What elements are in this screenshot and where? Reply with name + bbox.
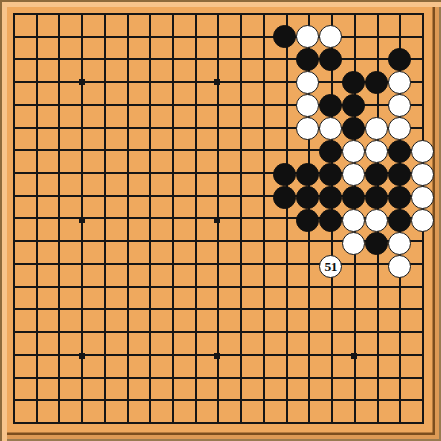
intersection	[70, 186, 93, 209]
intersection	[365, 3, 388, 25]
intersection	[342, 94, 365, 117]
intersection	[296, 209, 319, 232]
intersection	[25, 209, 48, 232]
black-stone	[365, 232, 388, 255]
intersection	[48, 232, 71, 255]
black-stone	[365, 186, 388, 209]
intersection	[388, 412, 411, 434]
intersection	[388, 232, 411, 255]
intersection	[93, 255, 116, 278]
intersection	[296, 232, 319, 255]
intersection	[411, 186, 434, 209]
intersection	[206, 209, 229, 232]
intersection	[365, 367, 388, 389]
intersection	[342, 412, 365, 434]
intersection	[319, 25, 342, 48]
intersection	[115, 25, 138, 48]
intersection	[48, 367, 71, 389]
white-stone	[388, 94, 411, 117]
intersection	[251, 278, 274, 300]
intersection	[365, 186, 388, 209]
intersection	[388, 94, 411, 117]
black-stone	[319, 48, 342, 71]
intersection	[3, 345, 26, 367]
intersection	[411, 390, 434, 412]
intersection	[228, 117, 251, 140]
intersection	[273, 140, 296, 163]
intersection	[115, 94, 138, 117]
intersection	[342, 255, 365, 278]
white-stone	[411, 209, 434, 232]
intersection	[3, 232, 26, 255]
intersection	[138, 71, 161, 94]
intersection	[319, 140, 342, 163]
black-stone	[273, 25, 296, 48]
intersection	[411, 345, 434, 367]
white-stone	[342, 209, 365, 232]
intersection	[228, 48, 251, 71]
intersection	[342, 140, 365, 163]
intersection	[342, 300, 365, 322]
intersection	[388, 3, 411, 25]
intersection	[48, 25, 71, 48]
intersection	[25, 300, 48, 322]
intersection	[411, 278, 434, 300]
intersection	[296, 300, 319, 322]
intersection	[206, 25, 229, 48]
intersection	[365, 48, 388, 71]
black-stone	[388, 140, 411, 163]
white-stone	[388, 117, 411, 140]
intersection	[3, 412, 26, 434]
intersection	[342, 232, 365, 255]
intersection	[48, 390, 71, 412]
intersection	[138, 323, 161, 345]
intersection	[388, 255, 411, 278]
intersection	[251, 48, 274, 71]
intersection	[138, 3, 161, 25]
intersection	[273, 390, 296, 412]
intersection	[411, 412, 434, 434]
intersection	[3, 278, 26, 300]
intersection	[228, 25, 251, 48]
intersection	[93, 390, 116, 412]
intersection	[273, 300, 296, 322]
intersection	[115, 345, 138, 367]
intersection	[48, 278, 71, 300]
intersection	[365, 209, 388, 232]
intersection	[411, 323, 434, 345]
intersection	[25, 48, 48, 71]
intersection	[183, 345, 206, 367]
intersection	[251, 232, 274, 255]
intersection	[388, 117, 411, 140]
intersection	[48, 345, 71, 367]
intersection	[296, 163, 319, 186]
intersection	[93, 232, 116, 255]
intersection	[319, 390, 342, 412]
white-stone	[342, 163, 365, 186]
intersection	[228, 3, 251, 25]
intersection	[3, 367, 26, 389]
intersection	[319, 186, 342, 209]
intersection	[161, 278, 184, 300]
intersection	[48, 71, 71, 94]
intersection	[25, 186, 48, 209]
intersection	[183, 255, 206, 278]
intersection	[161, 25, 184, 48]
intersection	[342, 186, 365, 209]
intersection	[388, 390, 411, 412]
intersection	[296, 117, 319, 140]
intersection	[206, 71, 229, 94]
intersection	[138, 209, 161, 232]
intersection	[70, 278, 93, 300]
intersection	[70, 163, 93, 186]
black-stone	[342, 94, 365, 117]
intersection	[411, 48, 434, 71]
intersection	[273, 367, 296, 389]
intersection	[388, 209, 411, 232]
intersection	[3, 140, 26, 163]
intersection	[206, 345, 229, 367]
black-stone	[342, 186, 365, 209]
intersection	[365, 323, 388, 345]
intersection	[388, 140, 411, 163]
intersection	[228, 232, 251, 255]
intersection	[365, 140, 388, 163]
intersection	[251, 140, 274, 163]
intersection	[411, 255, 434, 278]
black-stone	[296, 48, 319, 71]
intersection	[228, 323, 251, 345]
intersection	[70, 255, 93, 278]
white-stone	[365, 209, 388, 232]
intersection	[93, 186, 116, 209]
intersection	[342, 117, 365, 140]
intersection	[48, 300, 71, 322]
intersection	[342, 3, 365, 25]
intersection	[3, 94, 26, 117]
intersection	[273, 25, 296, 48]
intersection	[319, 232, 342, 255]
intersection	[411, 117, 434, 140]
intersection	[115, 48, 138, 71]
intersection	[115, 3, 138, 25]
intersection	[365, 278, 388, 300]
intersection	[48, 412, 71, 434]
intersection	[70, 390, 93, 412]
intersection	[93, 278, 116, 300]
intersection	[161, 3, 184, 25]
intersection	[138, 140, 161, 163]
white-stone: 51	[319, 255, 342, 278]
intersection	[70, 412, 93, 434]
black-stone	[296, 186, 319, 209]
intersection	[273, 94, 296, 117]
intersection	[138, 345, 161, 367]
intersection	[70, 367, 93, 389]
intersection	[70, 140, 93, 163]
intersection	[48, 255, 71, 278]
intersection	[296, 94, 319, 117]
intersection	[70, 323, 93, 345]
white-stone	[342, 232, 365, 255]
intersection	[161, 345, 184, 367]
star-point	[79, 353, 85, 359]
intersection	[251, 367, 274, 389]
intersection	[115, 323, 138, 345]
intersection	[161, 367, 184, 389]
intersection	[3, 255, 26, 278]
white-stone	[411, 163, 434, 186]
intersection	[3, 25, 26, 48]
intersection	[365, 25, 388, 48]
intersection	[161, 209, 184, 232]
intersection	[206, 323, 229, 345]
white-stone	[365, 140, 388, 163]
intersection	[411, 367, 434, 389]
intersection	[319, 71, 342, 94]
intersection	[342, 367, 365, 389]
intersection	[206, 163, 229, 186]
intersection	[319, 300, 342, 322]
intersection	[25, 71, 48, 94]
intersection	[206, 3, 229, 25]
intersection	[388, 71, 411, 94]
intersection	[48, 209, 71, 232]
intersection	[206, 390, 229, 412]
star-point	[214, 217, 220, 223]
white-stone	[319, 117, 342, 140]
intersection	[342, 345, 365, 367]
intersection	[70, 3, 93, 25]
intersection	[161, 323, 184, 345]
intersection	[183, 48, 206, 71]
intersection	[319, 412, 342, 434]
white-stone	[388, 255, 411, 278]
intersection	[206, 300, 229, 322]
intersection	[25, 25, 48, 48]
intersection	[296, 71, 319, 94]
intersection	[228, 345, 251, 367]
intersection	[228, 390, 251, 412]
intersection: 51	[319, 255, 342, 278]
black-stone	[273, 163, 296, 186]
intersection	[411, 71, 434, 94]
white-stone	[388, 232, 411, 255]
intersection	[319, 345, 342, 367]
black-stone	[342, 71, 365, 94]
intersection	[48, 140, 71, 163]
intersection	[25, 345, 48, 367]
black-stone	[319, 163, 342, 186]
intersection	[251, 71, 274, 94]
intersection	[161, 140, 184, 163]
white-stone	[296, 71, 319, 94]
intersection	[388, 48, 411, 71]
intersection	[93, 367, 116, 389]
intersection	[3, 186, 26, 209]
intersection	[183, 25, 206, 48]
intersection	[206, 412, 229, 434]
intersection	[319, 3, 342, 25]
intersection	[411, 300, 434, 322]
white-stone	[296, 25, 319, 48]
intersection	[228, 71, 251, 94]
intersection	[273, 278, 296, 300]
intersection	[3, 300, 26, 322]
intersection	[183, 209, 206, 232]
intersection	[388, 25, 411, 48]
intersection	[183, 3, 206, 25]
intersection	[273, 163, 296, 186]
intersection	[93, 117, 116, 140]
black-stone	[296, 163, 319, 186]
intersection	[273, 232, 296, 255]
white-stone	[411, 140, 434, 163]
intersection	[251, 412, 274, 434]
intersection	[183, 71, 206, 94]
intersection	[411, 232, 434, 255]
intersection	[161, 412, 184, 434]
intersection	[161, 232, 184, 255]
intersection	[25, 323, 48, 345]
intersection	[93, 71, 116, 94]
intersection	[365, 390, 388, 412]
intersection	[365, 71, 388, 94]
intersection	[365, 255, 388, 278]
intersection	[138, 117, 161, 140]
intersection	[411, 3, 434, 25]
intersection	[296, 186, 319, 209]
intersection	[296, 412, 319, 434]
intersection	[388, 186, 411, 209]
intersection	[25, 255, 48, 278]
intersection	[206, 255, 229, 278]
intersection	[273, 186, 296, 209]
intersection	[115, 209, 138, 232]
intersection	[296, 255, 319, 278]
intersection	[138, 367, 161, 389]
intersection	[115, 390, 138, 412]
intersection	[138, 412, 161, 434]
intersection	[115, 163, 138, 186]
intersection	[138, 25, 161, 48]
intersection	[161, 48, 184, 71]
intersection	[296, 25, 319, 48]
intersection	[365, 117, 388, 140]
intersection	[319, 163, 342, 186]
intersection	[115, 232, 138, 255]
intersection	[138, 48, 161, 71]
intersection	[228, 163, 251, 186]
intersection	[3, 48, 26, 71]
intersection	[228, 209, 251, 232]
intersection	[365, 163, 388, 186]
intersection	[138, 163, 161, 186]
black-stone	[388, 48, 411, 71]
intersection	[365, 412, 388, 434]
intersection	[206, 140, 229, 163]
intersection	[296, 278, 319, 300]
star-point	[214, 79, 220, 85]
intersection	[228, 278, 251, 300]
intersection	[228, 367, 251, 389]
intersection	[70, 117, 93, 140]
intersection	[342, 71, 365, 94]
intersection	[161, 390, 184, 412]
intersection	[183, 186, 206, 209]
intersection	[319, 278, 342, 300]
intersection	[93, 345, 116, 367]
intersection	[70, 300, 93, 322]
intersection	[138, 300, 161, 322]
intersection	[251, 323, 274, 345]
black-stone	[319, 94, 342, 117]
intersection	[138, 390, 161, 412]
black-stone	[365, 163, 388, 186]
intersection	[296, 367, 319, 389]
intersection	[228, 300, 251, 322]
intersection	[138, 278, 161, 300]
intersection	[3, 390, 26, 412]
intersection	[183, 367, 206, 389]
intersection	[25, 3, 48, 25]
intersection	[183, 323, 206, 345]
intersection	[161, 163, 184, 186]
black-stone	[342, 117, 365, 140]
white-stone	[388, 71, 411, 94]
intersection	[161, 71, 184, 94]
move-number-label: 51	[325, 259, 338, 273]
intersection	[319, 48, 342, 71]
intersection	[228, 255, 251, 278]
black-stone	[296, 209, 319, 232]
intersection	[183, 278, 206, 300]
intersection	[138, 255, 161, 278]
intersection	[25, 94, 48, 117]
intersection	[48, 186, 71, 209]
intersection	[319, 94, 342, 117]
intersection	[273, 3, 296, 25]
intersection	[183, 412, 206, 434]
intersection	[411, 163, 434, 186]
intersection	[93, 300, 116, 322]
intersection	[273, 209, 296, 232]
intersection	[70, 48, 93, 71]
intersection	[183, 94, 206, 117]
intersection	[93, 3, 116, 25]
goban-grid: 51	[3, 3, 435, 435]
intersection	[25, 117, 48, 140]
intersection	[365, 94, 388, 117]
intersection	[70, 25, 93, 48]
black-stone	[388, 186, 411, 209]
goban: 51	[0, 0, 441, 441]
black-stone	[388, 163, 411, 186]
intersection	[411, 140, 434, 163]
black-stone	[365, 71, 388, 94]
star-point	[214, 353, 220, 359]
star-point	[79, 217, 85, 223]
intersection	[296, 323, 319, 345]
intersection	[228, 412, 251, 434]
intersection	[342, 390, 365, 412]
star-point	[79, 79, 85, 85]
intersection	[3, 163, 26, 186]
intersection	[206, 94, 229, 117]
